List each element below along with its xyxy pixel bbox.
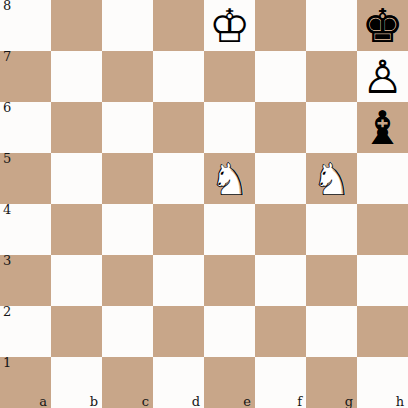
- square-a1[interactable]: 1a: [0, 357, 51, 408]
- square-g7[interactable]: [306, 51, 357, 102]
- square-f6[interactable]: [255, 102, 306, 153]
- square-h8[interactable]: ♚♚: [357, 0, 408, 51]
- square-h7[interactable]: ♟♙: [357, 51, 408, 102]
- rank-label: 6: [3, 100, 11, 115]
- square-d6[interactable]: [153, 102, 204, 153]
- black-king[interactable]: ♚♚: [357, 0, 408, 51]
- square-c2[interactable]: [102, 306, 153, 357]
- file-label: e: [243, 395, 251, 408]
- square-a5[interactable]: 5: [0, 153, 51, 204]
- file-label: h: [396, 395, 404, 408]
- square-h6[interactable]: ♝♝: [357, 102, 408, 153]
- square-g6[interactable]: [306, 102, 357, 153]
- square-b2[interactable]: [51, 306, 102, 357]
- rank-label: 5: [3, 151, 11, 166]
- white-king-icon: ♔: [204, 0, 255, 51]
- white-pawn[interactable]: ♟♙: [357, 51, 408, 102]
- square-c4[interactable]: [102, 204, 153, 255]
- square-e4[interactable]: [204, 204, 255, 255]
- square-f2[interactable]: [255, 306, 306, 357]
- rank-label: 7: [3, 49, 11, 64]
- square-f5[interactable]: [255, 153, 306, 204]
- square-f4[interactable]: [255, 204, 306, 255]
- white-knight[interactable]: ♞♘: [204, 153, 255, 204]
- square-f7[interactable]: [255, 51, 306, 102]
- square-g2[interactable]: [306, 306, 357, 357]
- white-king[interactable]: ♚♔: [204, 0, 255, 51]
- square-c7[interactable]: [102, 51, 153, 102]
- square-a6[interactable]: 6: [0, 102, 51, 153]
- square-c8[interactable]: [102, 0, 153, 51]
- rank-label: 2: [3, 304, 11, 319]
- square-b7[interactable]: [51, 51, 102, 102]
- square-a2[interactable]: 2: [0, 306, 51, 357]
- file-label: c: [142, 395, 149, 408]
- white-knight-icon: ♘: [204, 153, 255, 204]
- square-f3[interactable]: [255, 255, 306, 306]
- square-b6[interactable]: [51, 102, 102, 153]
- square-g1[interactable]: g: [306, 357, 357, 408]
- square-e8[interactable]: ♚♔: [204, 0, 255, 51]
- file-label: g: [345, 395, 353, 408]
- black-king-icon: ♚: [357, 0, 408, 51]
- square-a8[interactable]: 8: [0, 0, 51, 51]
- square-f8[interactable]: [255, 0, 306, 51]
- square-e6[interactable]: [204, 102, 255, 153]
- square-b5[interactable]: [51, 153, 102, 204]
- square-b4[interactable]: [51, 204, 102, 255]
- white-knight-icon: ♘: [306, 153, 357, 204]
- square-h3[interactable]: [357, 255, 408, 306]
- square-b3[interactable]: [51, 255, 102, 306]
- white-knight[interactable]: ♞♘: [306, 153, 357, 204]
- square-e3[interactable]: [204, 255, 255, 306]
- rank-label: 1: [3, 355, 11, 370]
- black-bishop[interactable]: ♝♝: [357, 102, 408, 153]
- square-e7[interactable]: [204, 51, 255, 102]
- square-d3[interactable]: [153, 255, 204, 306]
- square-d7[interactable]: [153, 51, 204, 102]
- white-pawn-icon: ♙: [357, 51, 408, 102]
- file-label: d: [192, 395, 200, 408]
- square-c6[interactable]: [102, 102, 153, 153]
- file-label: f: [297, 395, 302, 408]
- square-g8[interactable]: [306, 0, 357, 51]
- square-b1[interactable]: b: [51, 357, 102, 408]
- chess-board: 8♚♔♚♚7♟♙6♝♝5♞♘♞♘4321abcdefgh: [0, 0, 408, 408]
- square-h2[interactable]: [357, 306, 408, 357]
- square-d5[interactable]: [153, 153, 204, 204]
- square-c5[interactable]: [102, 153, 153, 204]
- square-a3[interactable]: 3: [0, 255, 51, 306]
- rank-label: 3: [3, 253, 11, 268]
- square-e5[interactable]: ♞♘: [204, 153, 255, 204]
- file-label: b: [90, 395, 98, 408]
- square-e2[interactable]: [204, 306, 255, 357]
- square-c3[interactable]: [102, 255, 153, 306]
- square-g3[interactable]: [306, 255, 357, 306]
- square-g4[interactable]: [306, 204, 357, 255]
- square-h1[interactable]: h: [357, 357, 408, 408]
- square-d2[interactable]: [153, 306, 204, 357]
- square-a7[interactable]: 7: [0, 51, 51, 102]
- black-bishop-icon: ♝: [357, 102, 408, 153]
- square-h5[interactable]: [357, 153, 408, 204]
- square-c1[interactable]: c: [102, 357, 153, 408]
- square-e1[interactable]: e: [204, 357, 255, 408]
- square-f1[interactable]: f: [255, 357, 306, 408]
- square-a4[interactable]: 4: [0, 204, 51, 255]
- rank-label: 8: [3, 0, 11, 13]
- square-d4[interactable]: [153, 204, 204, 255]
- file-label: a: [39, 395, 47, 408]
- rank-label: 4: [3, 202, 11, 217]
- square-g5[interactable]: ♞♘: [306, 153, 357, 204]
- square-b8[interactable]: [51, 0, 102, 51]
- square-h4[interactable]: [357, 204, 408, 255]
- square-d1[interactable]: d: [153, 357, 204, 408]
- square-d8[interactable]: [153, 0, 204, 51]
